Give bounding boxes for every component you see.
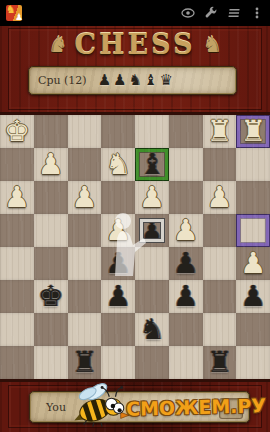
- white-knight: ♞: [101, 148, 135, 181]
- square-g2[interactable]: [203, 313, 237, 346]
- square-b1[interactable]: [34, 346, 68, 379]
- square-f7[interactable]: [169, 148, 203, 181]
- black-pawn: ♟: [169, 280, 203, 313]
- white-pawn: ♟: [68, 181, 102, 214]
- square-b2[interactable]: [34, 313, 68, 346]
- logo-pawn-glyph: ♟: [15, 9, 23, 25]
- square-b7[interactable]: ♟: [34, 148, 68, 181]
- app-title: CHESS: [75, 29, 196, 60]
- title-knight-right-icon: ♞: [202, 34, 222, 56]
- square-b3[interactable]: ♚: [34, 280, 68, 313]
- black-rook: ♜: [68, 346, 102, 379]
- hint-ghost-figure: [106, 212, 146, 276]
- black-pawn: ♟: [169, 247, 203, 280]
- overflow-menu-icon[interactable]: [250, 6, 264, 20]
- watermark-text: СМОЖЕМ.РУ: [126, 394, 267, 420]
- square-g5[interactable]: [203, 214, 237, 247]
- square-d7[interactable]: ♞: [101, 148, 135, 181]
- square-g7[interactable]: [203, 148, 237, 181]
- square-a8[interactable]: ♚: [0, 115, 34, 148]
- square-c3[interactable]: [68, 280, 102, 313]
- square-a5[interactable]: [0, 214, 34, 247]
- square-h6[interactable]: [236, 181, 270, 214]
- white-pawn: ♟: [203, 181, 237, 214]
- square-f1[interactable]: [169, 346, 203, 379]
- square-g1[interactable]: ♜: [203, 346, 237, 379]
- square-h4[interactable]: ♟: [236, 247, 270, 280]
- square-c8[interactable]: [68, 115, 102, 148]
- white-pawn: ♟: [34, 148, 68, 181]
- square-f6[interactable]: [169, 181, 203, 214]
- cpu-player-label: Cpu (12): [38, 74, 87, 87]
- square-b8[interactable]: [34, 115, 68, 148]
- square-h2[interactable]: [236, 313, 270, 346]
- black-bishop: ♝: [135, 148, 169, 181]
- square-h7[interactable]: [236, 148, 270, 181]
- white-pawn: ♟: [169, 214, 203, 247]
- black-knight: ♞: [135, 313, 169, 346]
- black-pawn: ♟: [236, 280, 270, 313]
- status-bar: ♞ ♟: [0, 0, 270, 26]
- app-title-row: ♞ CHESS ♞: [0, 29, 270, 60]
- square-g6[interactable]: ♟: [203, 181, 237, 214]
- white-pawn: ♟: [236, 247, 270, 280]
- square-d6[interactable]: [101, 181, 135, 214]
- square-a1[interactable]: [0, 346, 34, 379]
- square-d1[interactable]: [101, 346, 135, 379]
- black-pawn: ♟: [101, 280, 135, 313]
- app-logo-icon[interactable]: ♞ ♟: [6, 5, 22, 21]
- square-c5[interactable]: [68, 214, 102, 247]
- square-f4[interactable]: ♟: [169, 247, 203, 280]
- black-king: ♚: [34, 280, 68, 313]
- white-king: ♚: [0, 115, 34, 148]
- square-e6[interactable]: ♟: [135, 181, 169, 214]
- square-c4[interactable]: [68, 247, 102, 280]
- black-rook: ♜: [203, 346, 237, 379]
- square-b5[interactable]: [34, 214, 68, 247]
- square-b6[interactable]: [34, 181, 68, 214]
- square-e2[interactable]: ♞: [135, 313, 169, 346]
- square-f2[interactable]: [169, 313, 203, 346]
- title-knight-left-icon: ♞: [48, 34, 68, 56]
- square-c6[interactable]: ♟: [68, 181, 102, 214]
- chess-app-screen: ♞ ♟ ♞ CH: [0, 0, 270, 432]
- square-e8[interactable]: [135, 115, 169, 148]
- square-d3[interactable]: ♟: [101, 280, 135, 313]
- cpu-captured-pieces: ♟♟♞♝♛: [98, 73, 175, 88]
- square-e3[interactable]: [135, 280, 169, 313]
- square-g3[interactable]: [203, 280, 237, 313]
- cpu-player-plate: Cpu (12) ♟♟♞♝♛: [28, 66, 237, 95]
- square-a7[interactable]: [0, 148, 34, 181]
- move-list-icon[interactable]: [227, 6, 241, 20]
- square-h5[interactable]: [236, 214, 270, 247]
- white-pawn: ♟: [135, 181, 169, 214]
- square-a2[interactable]: [0, 313, 34, 346]
- white-rook: ♜: [236, 115, 270, 148]
- square-e1[interactable]: [135, 346, 169, 379]
- square-a6[interactable]: ♟: [0, 181, 34, 214]
- visibility-eye-icon[interactable]: [181, 6, 195, 20]
- square-c1[interactable]: ♜: [68, 346, 102, 379]
- square-c7[interactable]: [68, 148, 102, 181]
- square-d8[interactable]: [101, 115, 135, 148]
- status-bar-actions: [181, 6, 264, 20]
- square-f5[interactable]: ♟: [169, 214, 203, 247]
- square-a4[interactable]: [0, 247, 34, 280]
- square-b4[interactable]: [34, 247, 68, 280]
- square-h8[interactable]: ♜: [236, 115, 270, 148]
- you-player-label: You: [46, 401, 66, 414]
- white-rook: ♜: [203, 115, 237, 148]
- square-d2[interactable]: [101, 313, 135, 346]
- square-h3[interactable]: ♟: [236, 280, 270, 313]
- square-f3[interactable]: ♟: [169, 280, 203, 313]
- square-f8[interactable]: [169, 115, 203, 148]
- white-pawn: ♟: [0, 181, 34, 214]
- square-a3[interactable]: [0, 280, 34, 313]
- square-g8[interactable]: ♜: [203, 115, 237, 148]
- square-h1[interactable]: [236, 346, 270, 379]
- bee-mascot: [66, 379, 132, 429]
- wrench-tools-icon[interactable]: [204, 6, 218, 20]
- square-g4[interactable]: [203, 247, 237, 280]
- square-e7[interactable]: ♝: [135, 148, 169, 181]
- square-c2[interactable]: [68, 313, 102, 346]
